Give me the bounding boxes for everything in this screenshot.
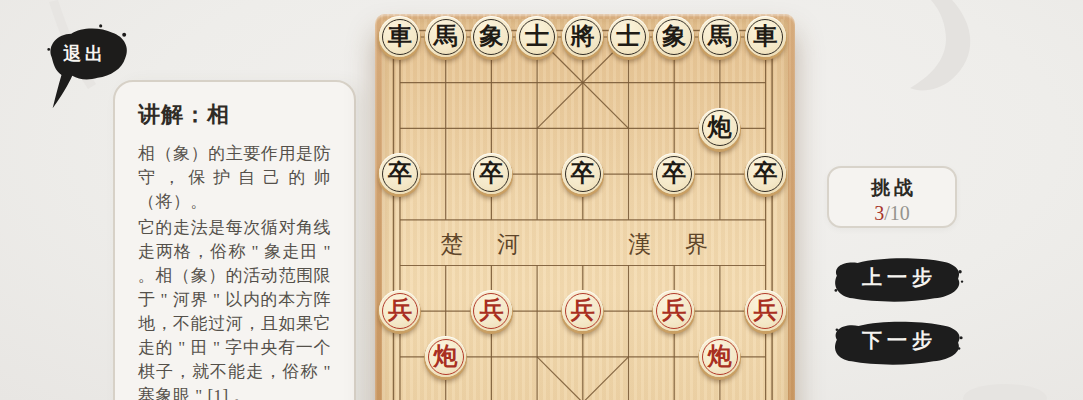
- board-cell: 馬: [697, 14, 743, 60]
- lesson-title: 讲解：相: [138, 100, 331, 130]
- challenge-current: 3: [874, 202, 884, 224]
- piece-face: 象: [656, 19, 692, 55]
- piece-face: 士: [519, 19, 555, 55]
- piece-glyph: 馬: [434, 24, 458, 48]
- piece-black-soldier[interactable]: 卒: [379, 153, 420, 194]
- board-cell: 卒: [743, 151, 789, 197]
- piece-glyph: 士: [616, 24, 640, 48]
- xiangqi-board[interactable]: 楚 河 漢 界 車馬象士將士象馬車炮卒卒卒卒卒兵兵兵兵兵炮炮: [375, 14, 795, 400]
- piece-black-soldier[interactable]: 卒: [562, 153, 603, 194]
- piece-glyph: 卒: [753, 161, 777, 185]
- piece-black-general[interactable]: 將: [562, 16, 603, 57]
- piece-face: 將: [565, 19, 601, 55]
- piece-face: 兵: [565, 293, 601, 329]
- piece-black-elephant[interactable]: 象: [471, 16, 512, 57]
- piece-face: 馬: [702, 19, 738, 55]
- piece-glyph: 卒: [571, 161, 595, 185]
- board-cell: 兵: [560, 288, 606, 334]
- lesson-body: 相（象）的主要作用是防守，保护自己的帅（将）。 它的走法是每次循对角线走两格，俗…: [138, 142, 331, 400]
- piece-glyph: 兵: [662, 298, 686, 322]
- piece-face: 卒: [656, 156, 692, 192]
- piece-glyph: 卒: [662, 161, 686, 185]
- piece-black-soldier[interactable]: 卒: [471, 153, 512, 194]
- board-cell: 將: [560, 14, 606, 60]
- piece-black-chariot[interactable]: 車: [379, 16, 420, 57]
- lesson-panel: 讲解：相 相（象）的主要作用是防守，保护自己的帅（将）。 它的走法是每次循对角线…: [113, 80, 356, 400]
- board-cell: 卒: [560, 151, 606, 197]
- piece-face: 馬: [428, 19, 464, 55]
- piece-glyph: 車: [388, 24, 412, 48]
- piece-glyph: 卒: [388, 161, 412, 185]
- piece-face: 兵: [747, 293, 783, 329]
- piece-face: 炮: [702, 110, 738, 146]
- board-cell: 士: [514, 14, 560, 60]
- piece-glyph: 炮: [434, 344, 458, 368]
- piece-red-soldier[interactable]: 兵: [471, 290, 512, 331]
- pieces-grid: 車馬象士將士象馬車炮卒卒卒卒卒兵兵兵兵兵炮炮: [377, 14, 788, 400]
- piece-face: 卒: [473, 156, 509, 192]
- piece-face: 炮: [702, 339, 738, 375]
- piece-black-advisor[interactable]: 士: [516, 16, 557, 57]
- piece-black-horse[interactable]: 馬: [425, 16, 466, 57]
- piece-glyph: 將: [571, 24, 595, 48]
- piece-face: 兵: [473, 293, 509, 329]
- board-cell: 兵: [743, 288, 789, 334]
- piece-face: 車: [382, 19, 418, 55]
- piece-face: 炮: [428, 339, 464, 375]
- piece-face: 卒: [747, 156, 783, 192]
- challenge-badge: 挑战 3/10: [827, 166, 957, 228]
- piece-black-soldier[interactable]: 卒: [653, 153, 694, 194]
- piece-glyph: 象: [662, 24, 686, 48]
- piece-glyph: 兵: [388, 298, 412, 322]
- lesson-paragraph: 它的走法是每次循对角线走两格，俗称 " 象走田 " 。相（象）的活动范围限于 "…: [138, 216, 331, 400]
- piece-face: 兵: [656, 293, 692, 329]
- next-step-label: 下一步: [857, 327, 937, 354]
- piece-glyph: 兵: [753, 298, 777, 322]
- piece-red-soldier[interactable]: 兵: [745, 290, 786, 331]
- piece-glyph: 兵: [571, 298, 595, 322]
- board-cell: 士: [605, 14, 651, 60]
- board-cell: 象: [468, 14, 514, 60]
- piece-red-soldier[interactable]: 兵: [379, 290, 420, 331]
- piece-glyph: 兵: [479, 298, 503, 322]
- exit-button-label: 退出: [63, 42, 107, 66]
- board-cell: 卒: [651, 151, 697, 197]
- board-cell: 兵: [651, 288, 697, 334]
- piece-glyph: 車: [753, 24, 777, 48]
- board-cell: 炮: [423, 334, 469, 380]
- piece-red-cannon[interactable]: 炮: [425, 336, 466, 377]
- challenge-score: 3/10: [829, 202, 955, 225]
- piece-red-soldier[interactable]: 兵: [653, 290, 694, 331]
- board-cell: 炮: [697, 334, 743, 380]
- lesson-paragraph: 相（象）的主要作用是防守，保护自己的帅（将）。: [138, 142, 331, 214]
- challenge-total: 10: [890, 202, 910, 224]
- piece-face: 卒: [565, 156, 601, 192]
- piece-black-horse[interactable]: 馬: [699, 16, 740, 57]
- board-cell: 炮: [697, 105, 743, 151]
- previous-step-button[interactable]: 上一步: [828, 255, 966, 303]
- piece-face: 士: [610, 19, 646, 55]
- piece-face: 象: [473, 19, 509, 55]
- board-cell: 馬: [423, 14, 469, 60]
- xiangqi-tutorial-screen: 退出 讲解：相 相（象）的主要作用是防守，保护自己的帅（将）。 它的走法是每次循…: [0, 0, 1083, 400]
- previous-step-label: 上一步: [857, 264, 937, 291]
- piece-black-cannon[interactable]: 炮: [699, 108, 740, 149]
- piece-glyph: 炮: [708, 115, 732, 139]
- piece-glyph: 炮: [708, 344, 732, 368]
- piece-red-cannon[interactable]: 炮: [699, 336, 740, 377]
- piece-black-elephant[interactable]: 象: [653, 16, 694, 57]
- piece-face: 兵: [382, 293, 418, 329]
- piece-face: 卒: [382, 156, 418, 192]
- board-cell: 象: [651, 14, 697, 60]
- piece-glyph: 象: [479, 24, 503, 48]
- board-cell: 兵: [377, 288, 423, 334]
- piece-black-chariot[interactable]: 車: [745, 16, 786, 57]
- board-cell: 卒: [377, 151, 423, 197]
- piece-red-soldier[interactable]: 兵: [562, 290, 603, 331]
- piece-glyph: 馬: [708, 24, 732, 48]
- board-cell: 兵: [468, 288, 514, 334]
- challenge-label: 挑战: [829, 175, 955, 201]
- board-cell: 車: [743, 14, 789, 60]
- piece-face: 車: [747, 19, 783, 55]
- board-cell: 卒: [468, 151, 514, 197]
- board-cell: 車: [377, 14, 423, 60]
- piece-black-advisor[interactable]: 士: [608, 16, 649, 57]
- piece-black-soldier[interactable]: 卒: [745, 153, 786, 194]
- piece-glyph: 士: [525, 24, 549, 48]
- piece-glyph: 卒: [479, 161, 503, 185]
- next-step-button[interactable]: 下一步: [828, 318, 966, 366]
